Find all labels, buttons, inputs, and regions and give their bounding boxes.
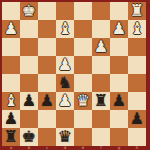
- square-d5[interactable]: ♟: [56, 56, 74, 74]
- square-f5[interactable]: [92, 56, 110, 74]
- square-a4[interactable]: [2, 74, 20, 92]
- square-h8[interactable]: ♜: [128, 2, 146, 20]
- square-b6[interactable]: [20, 38, 38, 56]
- piece-black-pawn: ♟: [112, 92, 126, 110]
- file-label-c: c: [38, 146, 56, 150]
- square-g8[interactable]: [110, 2, 128, 20]
- square-f3[interactable]: ♜: [92, 92, 110, 110]
- piece-white-queen: ♛: [76, 92, 90, 110]
- file-coordinate-labels: abcdefgh: [2, 146, 146, 150]
- piece-white-pawn: ♟: [94, 38, 108, 56]
- square-c1[interactable]: [38, 128, 56, 146]
- square-a3[interactable]: ♝: [2, 92, 20, 110]
- piece-white-pawn: ♟: [58, 56, 72, 74]
- file-label-g: g: [110, 146, 128, 150]
- square-b3[interactable]: ♟: [20, 92, 38, 110]
- square-c4[interactable]: [38, 74, 56, 92]
- square-c3[interactable]: ♟: [38, 92, 56, 110]
- square-c6[interactable]: [38, 38, 56, 56]
- square-b2[interactable]: [20, 110, 38, 128]
- square-d7[interactable]: ♝: [56, 20, 74, 38]
- square-f7[interactable]: [92, 20, 110, 38]
- square-f6[interactable]: ♟: [92, 38, 110, 56]
- square-e2[interactable]: [74, 110, 92, 128]
- piece-white-bishop: ♝: [4, 92, 18, 110]
- square-d3[interactable]: ♟: [56, 92, 74, 110]
- square-g3[interactable]: ♟: [110, 92, 128, 110]
- square-f4[interactable]: [92, 74, 110, 92]
- square-h1[interactable]: [128, 128, 146, 146]
- piece-black-rook: ♜: [94, 92, 108, 110]
- square-f8[interactable]: [92, 2, 110, 20]
- square-f2[interactable]: [92, 110, 110, 128]
- chess-board: ♚♜♟♝♟♝♟♟♞♝♟♟♟♛♜♟♟♟♜♚♛: [2, 2, 146, 146]
- square-a8[interactable]: [2, 2, 20, 20]
- piece-white-pawn: ♟: [58, 92, 72, 110]
- square-h3[interactable]: [128, 92, 146, 110]
- file-label-b: b: [20, 146, 38, 150]
- piece-white-bishop: ♝: [58, 20, 72, 38]
- square-e1[interactable]: [74, 128, 92, 146]
- piece-black-knight: ♞: [58, 74, 72, 92]
- square-e4[interactable]: [74, 74, 92, 92]
- square-c7[interactable]: [38, 20, 56, 38]
- square-b5[interactable]: [20, 56, 38, 74]
- square-d2[interactable]: [56, 110, 74, 128]
- file-label-h: h: [128, 146, 146, 150]
- chess-board-frame: ♚♜♟♝♟♝♟♟♞♝♟♟♟♛♜♟♟♟♜♚♛ abcdefgh: [0, 0, 150, 150]
- square-g6[interactable]: [110, 38, 128, 56]
- square-b4[interactable]: [20, 74, 38, 92]
- square-d1[interactable]: ♛: [56, 128, 74, 146]
- file-label-a: a: [2, 146, 20, 150]
- piece-white-rook: ♜: [130, 2, 144, 20]
- piece-white-king: ♚: [22, 2, 36, 20]
- square-h4[interactable]: [128, 74, 146, 92]
- square-e7[interactable]: [74, 20, 92, 38]
- square-h7[interactable]: ♝: [128, 20, 146, 38]
- square-g2[interactable]: [110, 110, 128, 128]
- square-a6[interactable]: [2, 38, 20, 56]
- square-g4[interactable]: [110, 74, 128, 92]
- piece-white-bishop: ♝: [130, 20, 144, 38]
- piece-white-pawn: ♟: [112, 20, 126, 38]
- square-b8[interactable]: ♚: [20, 2, 38, 20]
- square-d4[interactable]: ♞: [56, 74, 74, 92]
- square-e5[interactable]: [74, 56, 92, 74]
- piece-black-pawn: ♟: [4, 110, 18, 128]
- square-c2[interactable]: [38, 110, 56, 128]
- file-label-d: d: [56, 146, 74, 150]
- square-e3[interactable]: ♛: [74, 92, 92, 110]
- piece-black-queen: ♛: [58, 128, 72, 146]
- square-a1[interactable]: ♜: [2, 128, 20, 146]
- square-g7[interactable]: ♟: [110, 20, 128, 38]
- square-b1[interactable]: ♚: [20, 128, 38, 146]
- square-a5[interactable]: [2, 56, 20, 74]
- square-h2[interactable]: ♟: [128, 110, 146, 128]
- square-g5[interactable]: [110, 56, 128, 74]
- square-h5[interactable]: [128, 56, 146, 74]
- piece-black-pawn: ♟: [40, 92, 54, 110]
- square-d6[interactable]: [56, 38, 74, 56]
- square-c5[interactable]: [38, 56, 56, 74]
- square-h6[interactable]: [128, 38, 146, 56]
- piece-black-rook: ♜: [4, 128, 18, 146]
- square-f1[interactable]: [92, 128, 110, 146]
- piece-white-pawn: ♟: [4, 20, 18, 38]
- piece-black-king: ♚: [22, 128, 36, 146]
- square-a7[interactable]: ♟: [2, 20, 20, 38]
- file-label-f: f: [92, 146, 110, 150]
- square-g1[interactable]: [110, 128, 128, 146]
- piece-black-pawn: ♟: [130, 110, 144, 128]
- piece-black-pawn: ♟: [22, 92, 36, 110]
- square-c8[interactable]: [38, 2, 56, 20]
- square-a2[interactable]: ♟: [2, 110, 20, 128]
- square-d8[interactable]: [56, 2, 74, 20]
- square-e8[interactable]: [74, 2, 92, 20]
- square-b7[interactable]: [20, 20, 38, 38]
- file-label-e: e: [74, 146, 92, 150]
- square-e6[interactable]: [74, 38, 92, 56]
